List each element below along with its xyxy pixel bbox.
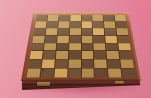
board-square bbox=[119, 51, 132, 59]
board-square bbox=[68, 60, 80, 68]
board-square bbox=[56, 43, 68, 50]
board-square bbox=[47, 15, 58, 21]
board-square bbox=[46, 28, 58, 35]
photo-background bbox=[0, 0, 151, 98]
board-square bbox=[115, 15, 126, 21]
board-square bbox=[81, 15, 92, 21]
board-square bbox=[93, 21, 104, 27]
board-square bbox=[104, 21, 115, 27]
board-square bbox=[54, 69, 67, 78]
board-square bbox=[70, 21, 81, 27]
board-square bbox=[31, 43, 44, 50]
board-square bbox=[36, 15, 47, 21]
board-square bbox=[81, 21, 92, 27]
board-frame bbox=[21, 13, 141, 81]
board-square bbox=[68, 69, 81, 78]
board-square bbox=[57, 35, 69, 42]
board-square bbox=[35, 21, 47, 27]
board-square bbox=[95, 69, 108, 78]
board-square bbox=[69, 51, 81, 59]
board-square bbox=[93, 28, 104, 35]
board-square bbox=[56, 51, 68, 59]
board-square bbox=[107, 60, 120, 68]
board-square bbox=[69, 28, 80, 35]
board-square bbox=[46, 21, 57, 27]
board-square bbox=[58, 21, 69, 27]
board-square bbox=[93, 15, 104, 21]
board-square bbox=[32, 35, 44, 42]
board-square bbox=[93, 35, 105, 42]
board-square bbox=[69, 35, 80, 42]
chessboard bbox=[21, 13, 141, 81]
board-square bbox=[81, 51, 93, 59]
board-square bbox=[27, 69, 41, 78]
board-square bbox=[116, 28, 128, 35]
board-square bbox=[69, 43, 81, 50]
board-square bbox=[81, 28, 92, 35]
board-square bbox=[105, 28, 117, 35]
board-square bbox=[117, 35, 129, 42]
board-square bbox=[44, 43, 56, 50]
board-square bbox=[41, 60, 54, 68]
board-square bbox=[105, 35, 117, 42]
board-square bbox=[34, 28, 46, 35]
board-square bbox=[81, 69, 94, 78]
board-square bbox=[70, 15, 81, 21]
board-square bbox=[45, 35, 57, 42]
board-square bbox=[43, 51, 56, 59]
board-square bbox=[94, 51, 106, 59]
board-square bbox=[81, 35, 92, 42]
board-square bbox=[120, 60, 133, 68]
board-square bbox=[94, 43, 106, 50]
board-square bbox=[81, 43, 93, 50]
board-square bbox=[106, 43, 118, 50]
board-square bbox=[94, 60, 107, 68]
board-square bbox=[122, 69, 136, 78]
board-square bbox=[81, 60, 93, 68]
board-square bbox=[107, 51, 120, 59]
board-square bbox=[116, 21, 128, 27]
right-brass-latch bbox=[115, 81, 124, 84]
board-square bbox=[30, 51, 43, 59]
board-square bbox=[104, 15, 115, 21]
left-brass-latch bbox=[37, 82, 50, 86]
board-square bbox=[108, 69, 121, 78]
board-square bbox=[118, 43, 131, 50]
board-square bbox=[59, 15, 70, 21]
board-square bbox=[55, 60, 68, 68]
board-square bbox=[28, 60, 41, 68]
board-square bbox=[58, 28, 69, 35]
wood-knot bbox=[42, 69, 44, 71]
